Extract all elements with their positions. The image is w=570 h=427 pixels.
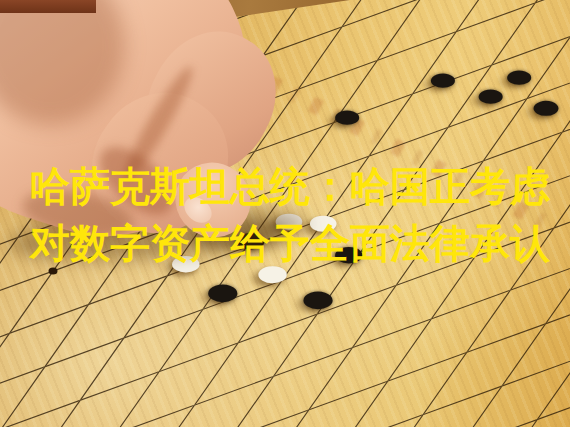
- headline-line-2: 对数字资产给予全面法律承认: [30, 222, 550, 264]
- black-stone: ●: [330, 99, 364, 133]
- stones-layer: ●●●●●●●●●●●●●: [0, 0, 570, 427]
- table-edge-top-left: [0, 0, 96, 13]
- black-stone: ●: [426, 62, 460, 96]
- black-stone: ●: [298, 278, 339, 319]
- black-stone: ●: [202, 270, 243, 311]
- news-photo-stage: ●●●●●●●●●●●●● 哈萨克斯坦总统：哈国正考虑 对数字资产给予全面法律承…: [0, 0, 570, 427]
- black-stone: ●: [529, 88, 564, 123]
- headline-line-1: 哈萨克斯坦总统：哈国正考虑: [30, 165, 550, 207]
- black-stone: ●: [474, 78, 508, 112]
